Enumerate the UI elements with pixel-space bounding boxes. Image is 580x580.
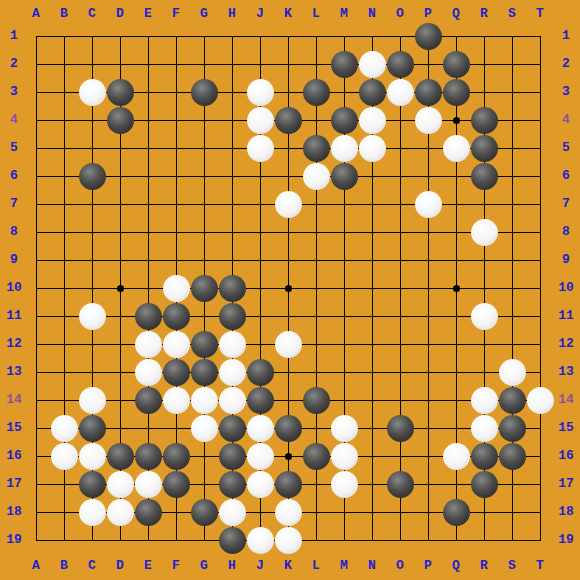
stone-white-E12[interactable] xyxy=(135,331,162,358)
row-label-right: 2 xyxy=(552,55,580,73)
row-label-right: 7 xyxy=(552,195,580,213)
stone-white-K7[interactable] xyxy=(275,191,302,218)
stone-black-F17[interactable] xyxy=(163,471,190,498)
column-label-bottom: F xyxy=(162,557,190,575)
stone-white-N4[interactable] xyxy=(359,107,386,134)
stone-white-H12[interactable] xyxy=(219,331,246,358)
stone-white-Q16[interactable] xyxy=(443,443,470,470)
stone-white-H13[interactable] xyxy=(219,359,246,386)
stone-black-K15[interactable] xyxy=(275,415,302,442)
stone-black-C6[interactable] xyxy=(79,163,106,190)
grid-line-horizontal xyxy=(36,400,541,401)
column-label-bottom: O xyxy=(386,557,414,575)
stone-black-S15[interactable] xyxy=(499,415,526,442)
stone-white-T14[interactable] xyxy=(527,387,554,414)
stone-white-R15[interactable] xyxy=(471,415,498,442)
stone-white-E13[interactable] xyxy=(135,359,162,386)
column-label-bottom: J xyxy=(246,557,274,575)
column-label-top: D xyxy=(106,5,134,23)
stone-white-J16[interactable] xyxy=(247,443,274,470)
row-label-right: 15 xyxy=(552,419,580,437)
star-point xyxy=(285,453,292,460)
column-label-top: R xyxy=(470,5,498,23)
column-label-bottom: T xyxy=(526,557,554,575)
stone-white-K19[interactable] xyxy=(275,527,302,554)
row-label-left: 11 xyxy=(0,307,28,325)
stone-black-J13[interactable] xyxy=(247,359,274,386)
stone-white-L6[interactable] xyxy=(303,163,330,190)
stone-white-J4[interactable] xyxy=(247,107,274,134)
stone-white-K12[interactable] xyxy=(275,331,302,358)
star-point xyxy=(453,117,460,124)
stone-black-R16[interactable] xyxy=(471,443,498,470)
stone-black-Q3[interactable] xyxy=(443,79,470,106)
column-label-top: N xyxy=(358,5,386,23)
stone-white-R14[interactable] xyxy=(471,387,498,414)
stone-black-G3[interactable] xyxy=(191,79,218,106)
stone-white-C11[interactable] xyxy=(79,303,106,330)
row-label-left: 3 xyxy=(0,83,28,101)
stone-black-D16[interactable] xyxy=(107,443,134,470)
stone-black-O17[interactable] xyxy=(387,471,414,498)
row-label-right: 8 xyxy=(552,223,580,241)
stone-white-J5[interactable] xyxy=(247,135,274,162)
stone-white-R8[interactable] xyxy=(471,219,498,246)
stone-black-H11[interactable] xyxy=(219,303,246,330)
grid-line-vertical xyxy=(400,36,401,541)
stone-black-O15[interactable] xyxy=(387,415,414,442)
column-label-bottom: A xyxy=(22,557,50,575)
row-label-right: 17 xyxy=(552,475,580,493)
row-label-left: 9 xyxy=(0,251,28,269)
stone-black-G10[interactable] xyxy=(191,275,218,302)
stone-black-C15[interactable] xyxy=(79,415,106,442)
stone-white-F10[interactable] xyxy=(163,275,190,302)
stone-white-Q5[interactable] xyxy=(443,135,470,162)
stone-white-H18[interactable] xyxy=(219,499,246,526)
stone-black-H17[interactable] xyxy=(219,471,246,498)
row-label-right: 19 xyxy=(552,531,580,549)
stone-white-M5[interactable] xyxy=(331,135,358,162)
stone-black-L5[interactable] xyxy=(303,135,330,162)
column-label-bottom: G xyxy=(190,557,218,575)
row-label-left: 18 xyxy=(0,503,28,521)
column-label-bottom: Q xyxy=(442,557,470,575)
stone-black-S14[interactable] xyxy=(499,387,526,414)
row-label-left: 15 xyxy=(0,419,28,437)
stone-black-G12[interactable] xyxy=(191,331,218,358)
stone-black-P3[interactable] xyxy=(415,79,442,106)
stone-black-K4[interactable] xyxy=(275,107,302,134)
column-label-bottom: C xyxy=(78,557,106,575)
column-label-bottom: E xyxy=(134,557,162,575)
stone-black-H19[interactable] xyxy=(219,527,246,554)
row-label-left: 6 xyxy=(0,167,28,185)
column-label-top: F xyxy=(162,5,190,23)
stone-white-D18[interactable] xyxy=(107,499,134,526)
stone-white-C18[interactable] xyxy=(79,499,106,526)
row-label-right: 16 xyxy=(552,447,580,465)
stone-white-E17[interactable] xyxy=(135,471,162,498)
stone-white-O3[interactable] xyxy=(387,79,414,106)
row-label-right: 18 xyxy=(552,503,580,521)
row-label-left: 12 xyxy=(0,335,28,353)
stone-white-P7[interactable] xyxy=(415,191,442,218)
column-label-top: G xyxy=(190,5,218,23)
stone-black-Q18[interactable] xyxy=(443,499,470,526)
stone-black-M2[interactable] xyxy=(331,51,358,78)
stone-white-C3[interactable] xyxy=(79,79,106,106)
stone-white-D17[interactable] xyxy=(107,471,134,498)
row-label-right: 13 xyxy=(552,363,580,381)
stone-black-N3[interactable] xyxy=(359,79,386,106)
column-label-top: L xyxy=(302,5,330,23)
row-label-right: 6 xyxy=(552,167,580,185)
column-label-bottom: L xyxy=(302,557,330,575)
stone-white-P4[interactable] xyxy=(415,107,442,134)
stone-black-E11[interactable] xyxy=(135,303,162,330)
row-label-left: 2 xyxy=(0,55,28,73)
column-label-top: P xyxy=(414,5,442,23)
stone-black-D3[interactable] xyxy=(107,79,134,106)
stone-black-D4[interactable] xyxy=(107,107,134,134)
row-label-right: 4 xyxy=(552,111,580,129)
row-label-left: 14 xyxy=(0,391,28,409)
stone-black-F16[interactable] xyxy=(163,443,190,470)
stone-black-R4[interactable] xyxy=(471,107,498,134)
column-label-bottom: H xyxy=(218,557,246,575)
stone-black-M6[interactable] xyxy=(331,163,358,190)
column-label-top: A xyxy=(22,5,50,23)
column-label-top: M xyxy=(330,5,358,23)
column-label-top: H xyxy=(218,5,246,23)
stone-white-G15[interactable] xyxy=(191,415,218,442)
stone-white-J17[interactable] xyxy=(247,471,274,498)
row-label-left: 5 xyxy=(0,139,28,157)
grid-line-vertical xyxy=(540,36,541,541)
stone-white-F12[interactable] xyxy=(163,331,190,358)
stone-black-H16[interactable] xyxy=(219,443,246,470)
stone-black-L14[interactable] xyxy=(303,387,330,414)
star-point xyxy=(117,285,124,292)
column-label-bottom: K xyxy=(274,557,302,575)
column-label-bottom: M xyxy=(330,557,358,575)
stone-black-M4[interactable] xyxy=(331,107,358,134)
column-label-bottom: R xyxy=(470,557,498,575)
column-label-bottom: D xyxy=(106,557,134,575)
column-label-bottom: B xyxy=(50,557,78,575)
stone-white-B16[interactable] xyxy=(51,443,78,470)
stone-black-L3[interactable] xyxy=(303,79,330,106)
stone-white-N5[interactable] xyxy=(359,135,386,162)
row-label-left: 7 xyxy=(0,195,28,213)
row-label-left: 1 xyxy=(0,27,28,45)
stone-black-G13[interactable] xyxy=(191,359,218,386)
stone-black-J14[interactable] xyxy=(247,387,274,414)
row-label-left: 16 xyxy=(0,447,28,465)
row-label-right: 11 xyxy=(552,307,580,325)
column-label-bottom: P xyxy=(414,557,442,575)
stone-white-F14[interactable] xyxy=(163,387,190,414)
row-label-left: 19 xyxy=(0,531,28,549)
grid-line-horizontal xyxy=(36,372,541,373)
stone-black-S16[interactable] xyxy=(499,443,526,470)
stone-white-J19[interactable] xyxy=(247,527,274,554)
stone-black-K17[interactable] xyxy=(275,471,302,498)
stone-black-E14[interactable] xyxy=(135,387,162,414)
stone-white-J3[interactable] xyxy=(247,79,274,106)
row-label-right: 9 xyxy=(552,251,580,269)
stone-black-F11[interactable] xyxy=(163,303,190,330)
column-label-top: B xyxy=(50,5,78,23)
stone-black-P1[interactable] xyxy=(415,23,442,50)
stone-white-B15[interactable] xyxy=(51,415,78,442)
row-label-right: 5 xyxy=(552,139,580,157)
column-label-bottom: N xyxy=(358,557,386,575)
column-label-top: S xyxy=(498,5,526,23)
row-label-left: 17 xyxy=(0,475,28,493)
row-label-right: 10 xyxy=(552,279,580,297)
stone-white-N2[interactable] xyxy=(359,51,386,78)
column-label-top: E xyxy=(134,5,162,23)
column-label-top: O xyxy=(386,5,414,23)
stone-black-R17[interactable] xyxy=(471,471,498,498)
stone-black-R5[interactable] xyxy=(471,135,498,162)
column-label-top: Q xyxy=(442,5,470,23)
stone-black-E16[interactable] xyxy=(135,443,162,470)
column-label-top: T xyxy=(526,5,554,23)
star-point xyxy=(285,285,292,292)
column-label-top: J xyxy=(246,5,274,23)
stone-black-O2[interactable] xyxy=(387,51,414,78)
stone-black-C17[interactable] xyxy=(79,471,106,498)
stone-white-R11[interactable] xyxy=(471,303,498,330)
stone-white-M15[interactable] xyxy=(331,415,358,442)
go-board[interactable]: AABBCCDDEEFFGGHHJJKKLLMMNNOOPPQQRRSSTT11… xyxy=(0,0,580,580)
stone-white-G14[interactable] xyxy=(191,387,218,414)
stone-white-M17[interactable] xyxy=(331,471,358,498)
column-label-bottom: S xyxy=(498,557,526,575)
stone-white-C16[interactable] xyxy=(79,443,106,470)
stone-white-M16[interactable] xyxy=(331,443,358,470)
stone-black-H15[interactable] xyxy=(219,415,246,442)
row-label-left: 10 xyxy=(0,279,28,297)
stone-white-J15[interactable] xyxy=(247,415,274,442)
row-label-left: 4 xyxy=(0,111,28,129)
stone-black-H10[interactable] xyxy=(219,275,246,302)
stone-black-E18[interactable] xyxy=(135,499,162,526)
stone-black-F13[interactable] xyxy=(163,359,190,386)
star-point xyxy=(453,285,460,292)
row-label-right: 14 xyxy=(552,391,580,409)
stone-white-H14[interactable] xyxy=(219,387,246,414)
row-label-left: 13 xyxy=(0,363,28,381)
row-label-right: 1 xyxy=(552,27,580,45)
row-label-left: 8 xyxy=(0,223,28,241)
stone-black-R6[interactable] xyxy=(471,163,498,190)
stone-black-L16[interactable] xyxy=(303,443,330,470)
stone-white-C14[interactable] xyxy=(79,387,106,414)
column-label-top: K xyxy=(274,5,302,23)
row-label-right: 12 xyxy=(552,335,580,353)
stone-white-K18[interactable] xyxy=(275,499,302,526)
stone-white-S13[interactable] xyxy=(499,359,526,386)
stone-black-G18[interactable] xyxy=(191,499,218,526)
stone-black-Q2[interactable] xyxy=(443,51,470,78)
grid-line-horizontal xyxy=(36,316,541,317)
column-label-top: C xyxy=(78,5,106,23)
row-label-right: 3 xyxy=(552,83,580,101)
